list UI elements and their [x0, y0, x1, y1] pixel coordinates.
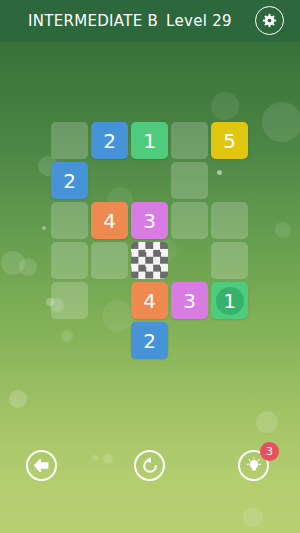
gear-icon	[261, 12, 278, 29]
tile-yellow-5[interactable]: 5	[211, 122, 248, 159]
tile-orange-4[interactable]: 4	[131, 282, 168, 319]
tile-number: 2	[63, 169, 76, 193]
tile-violet-3[interactable]: 3	[171, 282, 208, 319]
restart-button[interactable]	[134, 450, 165, 481]
tile-blue-2[interactable]: 2	[51, 162, 88, 199]
board-slot	[171, 202, 208, 239]
tile-orange-4[interactable]: 4	[91, 202, 128, 239]
board-slot	[51, 202, 88, 239]
tile-blue-2[interactable]: 2	[131, 322, 168, 359]
level-title: INTERMEDIATE BLevel 29	[28, 12, 232, 30]
tile-number: 2	[143, 329, 156, 353]
board-slot	[51, 282, 88, 319]
tile-blue-2[interactable]: 2	[91, 122, 128, 159]
level-label: Level 29	[166, 12, 232, 30]
tile-number: 4	[103, 209, 116, 233]
header-bar: INTERMEDIATE BLevel 29	[0, 0, 300, 42]
back-arrow-icon	[32, 456, 51, 475]
lightbulb-icon	[244, 456, 264, 476]
back-button[interactable]	[26, 450, 57, 481]
tile-green-1-on-target[interactable]: 1	[211, 282, 248, 319]
checkered-blocker	[131, 242, 168, 279]
tile-number: 1	[223, 289, 236, 313]
tile-number: 2	[103, 129, 116, 153]
board-slot	[171, 162, 208, 199]
restart-icon	[140, 456, 160, 476]
board-slot	[211, 242, 248, 279]
hint-count-badge: 3	[260, 442, 279, 461]
game-screen: INTERMEDIATE BLevel 29 2152434312	[0, 0, 300, 533]
tile-green-1[interactable]: 1	[131, 122, 168, 159]
tile-number: 3	[183, 289, 196, 313]
board-slot	[171, 122, 208, 159]
tile-number: 1	[143, 129, 156, 153]
difficulty-label: INTERMEDIATE B	[28, 12, 158, 30]
settings-button[interactable]	[255, 6, 284, 35]
tile-number: 3	[143, 209, 156, 233]
board-slot	[211, 202, 248, 239]
board-slot	[91, 242, 128, 279]
board-slot	[51, 242, 88, 279]
tile-number: 4	[143, 289, 156, 313]
tile-violet-3[interactable]: 3	[131, 202, 168, 239]
tile-number: 5	[223, 129, 236, 153]
footer-bar: 3	[0, 450, 300, 490]
board-slot	[51, 122, 88, 159]
